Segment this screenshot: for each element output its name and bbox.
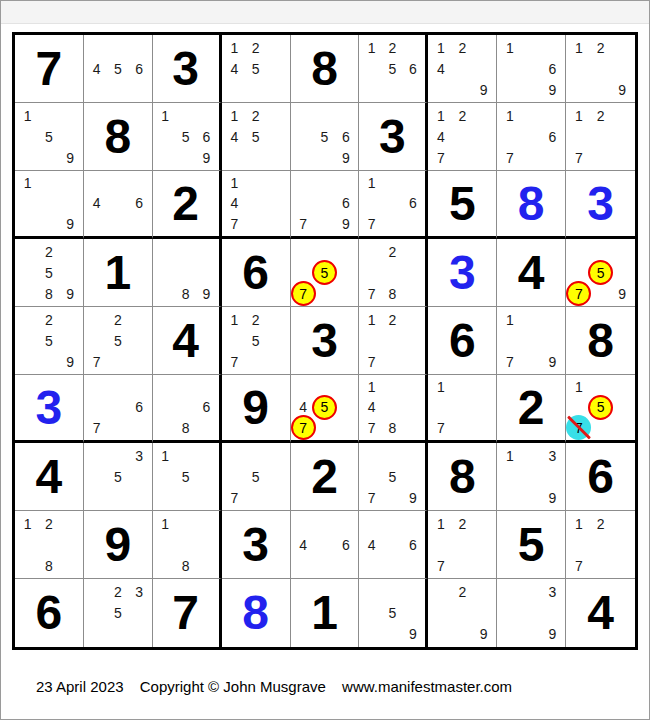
cell-r3c7[interactable]: 5 — [428, 171, 497, 239]
cell-r1c6[interactable]: 1256 — [359, 35, 428, 103]
candidate-slot — [38, 214, 59, 234]
candidate-slot — [382, 513, 403, 534]
candidate-digit: 1 — [224, 173, 245, 193]
candidate-digit: 6 — [403, 193, 424, 213]
candidate-grid: 1245 — [222, 103, 290, 170]
candidate-digit: 5 — [107, 330, 128, 351]
cell-r4c4[interactable]: 6 — [222, 239, 291, 307]
cell-r5c7[interactable]: 6 — [428, 307, 497, 375]
candidate-slot — [155, 377, 176, 397]
candidate-slot — [155, 555, 176, 576]
candidate-digit: 9 — [542, 79, 563, 100]
candidate-digit: 5 — [38, 330, 59, 351]
cell-r2c1[interactable]: 159 — [15, 103, 84, 171]
candidate-slot — [128, 214, 149, 234]
candidate-slot — [86, 330, 107, 351]
cell-r4c8[interactable]: 4 — [497, 239, 566, 307]
cell-r4c1[interactable]: 2589 — [15, 239, 84, 307]
candidate-slot — [590, 79, 612, 100]
candidate-grid: 1257 — [222, 307, 290, 374]
candidate-slot — [128, 79, 149, 100]
candidate-grid: 128 — [15, 511, 83, 578]
cell-r9c3[interactable]: 7 — [153, 579, 222, 647]
candidate-digit: 2 — [38, 513, 59, 534]
cell-r7c7[interactable]: 8 — [428, 443, 497, 511]
candidate-slot — [521, 602, 542, 623]
candidate-slot — [452, 602, 473, 623]
candidate-digit: 5 — [245, 126, 266, 147]
candidate-digit: 2 — [107, 581, 128, 602]
candidate-digit: 7 — [86, 351, 107, 372]
candidate-slot — [293, 555, 314, 576]
candidate-slot — [86, 79, 107, 100]
candidate-grid: 259 — [15, 307, 83, 374]
candidate-digit: 7 — [430, 418, 451, 438]
candidate-slot — [175, 241, 196, 262]
candidate-slot — [175, 445, 196, 466]
candidate-slot — [521, 58, 542, 79]
candidate-slot — [128, 602, 149, 623]
candidate-slot — [382, 555, 403, 576]
candidate-slot — [175, 397, 196, 417]
candidate-slot — [521, 466, 542, 487]
candidate-slot — [335, 105, 356, 126]
cell-r8c1[interactable]: 128 — [15, 511, 84, 579]
candidate-grid: 19 — [15, 171, 83, 236]
candidate-digit: 2 — [590, 513, 612, 534]
candidate-slot — [335, 513, 356, 534]
cell-r7c6[interactable]: 579 — [359, 443, 428, 511]
candidate-slot — [155, 466, 176, 487]
cell-r9c5[interactable]: 1 — [291, 579, 360, 647]
candidate-digit: 1 — [224, 105, 245, 126]
candidate-slot — [403, 418, 424, 438]
candidate-slot — [196, 445, 217, 466]
cell-r1c7[interactable]: 1249 — [428, 35, 497, 103]
candidate-slot — [403, 173, 424, 193]
cell-r2c7[interactable]: 1247 — [428, 103, 497, 171]
candidate-slot — [38, 351, 59, 372]
cell-r6c5[interactable]: 457 — [291, 375, 360, 443]
candidate-digit: 9 — [403, 624, 424, 645]
candidate-slot — [107, 214, 128, 234]
candidate-grid: 679 — [291, 171, 359, 236]
candidate-slot — [521, 581, 542, 602]
candidate-digit: 5 — [382, 466, 403, 487]
candidate-slot — [382, 351, 403, 372]
candidate-slot — [473, 602, 494, 623]
candidate-slot — [452, 418, 473, 438]
candidate-grid: 18 — [153, 511, 219, 578]
candidate-slot — [196, 418, 217, 438]
candidate-slot — [403, 397, 424, 417]
candidate-digit: 8 — [38, 555, 59, 576]
solved-digit: 5 — [449, 180, 476, 228]
cell-r2c6[interactable]: 3 — [359, 103, 428, 171]
candidate-slot — [568, 241, 590, 262]
candidate-slot — [382, 214, 403, 234]
candidate-grid: 457 — [291, 375, 359, 440]
candidate-digit: 1 — [155, 513, 176, 534]
candidate-digit: 6 — [128, 58, 149, 79]
candidate-slot — [568, 79, 590, 100]
cell-r2c2[interactable]: 8 — [84, 103, 153, 171]
candidate-grid: 1245 — [222, 35, 290, 102]
cell-r8c4[interactable]: 3 — [222, 511, 291, 579]
cell-r3c6[interactable]: 167 — [359, 171, 428, 239]
candidate-digit: 9 — [403, 487, 424, 508]
candidate-slot — [314, 241, 335, 262]
cell-r5c5[interactable]: 3 — [291, 307, 360, 375]
cell-r5c9[interactable]: 8 — [566, 307, 635, 375]
solved-digit: 4 — [36, 453, 63, 501]
candidate-slot — [314, 214, 335, 234]
candidate-slot — [175, 377, 196, 397]
candidate-digit: 6 — [403, 58, 424, 79]
candidate-grid: 67 — [84, 375, 152, 440]
candidate-slot — [266, 147, 287, 168]
candidate-digit: 4 — [361, 397, 382, 417]
candidate-slot — [86, 624, 107, 645]
cell-r2c9[interactable]: 127 — [566, 103, 635, 171]
candidate-slot — [224, 330, 245, 351]
solved-digit: 8 — [104, 113, 131, 161]
candidate-digit: 1 — [224, 37, 245, 58]
candidate-slot — [452, 624, 473, 645]
candidate-grid: 35 — [84, 443, 152, 510]
candidate-slot — [293, 105, 314, 126]
solved-digit: 7 — [172, 589, 199, 637]
candidate-grid: 127 — [428, 511, 496, 578]
cell-r8c5[interactable]: 46 — [291, 511, 360, 579]
candidate-grid: 579 — [359, 443, 425, 510]
candidate-slot — [473, 555, 494, 576]
cell-r6c8[interactable]: 2 — [497, 375, 566, 443]
candidate-digit: 6 — [128, 397, 149, 417]
cell-r9c4[interactable]: 8 — [222, 579, 291, 647]
candidate-slot — [245, 351, 266, 372]
candidate-slot — [430, 79, 451, 100]
candidate-slot — [611, 534, 633, 555]
candidate-slot — [128, 624, 149, 645]
candidate-digit: 7 — [86, 418, 107, 438]
cell-r1c2[interactable]: 456 — [84, 35, 153, 103]
candidate-slot — [175, 147, 196, 168]
candidate-slot — [17, 214, 38, 234]
solved-digit: 3 — [172, 45, 199, 93]
candidate-digit: 9 — [60, 214, 81, 234]
candidate-slot — [361, 79, 382, 100]
cell-r7c8[interactable]: 139 — [497, 443, 566, 511]
candidate-slot — [568, 58, 590, 79]
candidate-slot — [60, 126, 81, 147]
cell-r7c2[interactable]: 35 — [84, 443, 153, 511]
candidate-digit: 4 — [430, 126, 451, 147]
cell-r6c4[interactable]: 9 — [222, 375, 291, 443]
candidate-slot — [521, 309, 542, 330]
candidate-grid: 57 — [222, 443, 290, 510]
candidate-slot — [293, 513, 314, 534]
candidate-slot — [196, 555, 217, 576]
cell-r5c1[interactable]: 259 — [15, 307, 84, 375]
candidate-slot — [293, 262, 314, 283]
cell-r2c8[interactable]: 167 — [497, 103, 566, 171]
cell-r1c3[interactable]: 3 — [153, 35, 222, 103]
cell-r8c2[interactable]: 9 — [84, 511, 153, 579]
candidate-grid: 68 — [153, 375, 219, 440]
candidate-digit: 2 — [382, 241, 403, 262]
candidate-slot — [175, 513, 196, 534]
candidate-grid: 235 — [84, 579, 152, 647]
candidate-slot — [361, 330, 382, 351]
candidate-grid: 179 — [497, 307, 565, 374]
candidate-slot — [196, 241, 217, 262]
candidate-slot: 5 — [590, 397, 612, 417]
candidate-slot — [473, 581, 494, 602]
cell-r1c9[interactable]: 129 — [566, 35, 635, 103]
candidate-slot — [430, 534, 451, 555]
candidate-slot — [452, 397, 473, 417]
candidate-digit: 9 — [196, 147, 217, 168]
cell-r1c5[interactable]: 8 — [291, 35, 360, 103]
candidate-slot — [403, 79, 424, 100]
candidate-slot — [38, 193, 59, 213]
candidate-slot — [60, 513, 81, 534]
candidate-slot — [403, 351, 424, 372]
cell-r5c2[interactable]: 257 — [84, 307, 153, 375]
cell-r4c7[interactable]: 3 — [428, 239, 497, 307]
cell-r7c9[interactable]: 6 — [566, 443, 635, 511]
candidate-digit: 1 — [155, 105, 176, 126]
window-top-band — [1, 1, 649, 24]
candidate-digit: 8 — [38, 283, 59, 304]
candidate-digit: 2 — [452, 105, 473, 126]
highlighted-candidate: 7 — [566, 281, 591, 306]
candidate-slot — [155, 534, 176, 555]
candidate-slot — [224, 445, 245, 466]
candidate-slot — [611, 58, 633, 79]
candidate-digit: 1 — [155, 445, 176, 466]
candidate-slot: 7 — [293, 283, 314, 304]
candidate-slot — [196, 105, 217, 126]
candidate-slot — [17, 241, 38, 262]
candidate-slot — [403, 377, 424, 397]
highlighted-candidate: 7 — [291, 281, 316, 306]
candidate-digit: 4 — [86, 58, 107, 79]
cell-r3c2[interactable]: 46 — [84, 171, 153, 239]
cell-r7c3[interactable]: 15 — [153, 443, 222, 511]
solved-digit: 3 — [311, 317, 338, 365]
candidate-slot — [266, 79, 287, 100]
candidate-slot — [521, 351, 542, 372]
candidate-slot — [314, 173, 335, 193]
cell-r7c1[interactable]: 4 — [15, 443, 84, 511]
cell-r8c7[interactable]: 127 — [428, 511, 497, 579]
candidate-slot — [568, 534, 590, 555]
cell-r1c8[interactable]: 169 — [497, 35, 566, 103]
cell-r2c3[interactable]: 1569 — [153, 103, 222, 171]
candidate-slot — [196, 487, 217, 508]
cell-r4c5[interactable]: 57 — [291, 239, 360, 307]
cell-r4c3[interactable]: 89 — [153, 239, 222, 307]
candidate-slot — [382, 534, 403, 555]
cell-r3c8[interactable]: 8 — [497, 171, 566, 239]
candidate-slot — [266, 214, 287, 234]
highlighted-candidate: 5 — [312, 395, 337, 420]
candidate-slot — [86, 466, 107, 487]
cell-r5c3[interactable]: 4 — [153, 307, 222, 375]
cell-r3c1[interactable]: 19 — [15, 171, 84, 239]
cell-r8c6[interactable]: 46 — [359, 511, 428, 579]
cell-r9c8[interactable]: 39 — [497, 579, 566, 647]
candidate-slot — [403, 602, 424, 623]
candidate-slot — [38, 147, 59, 168]
cell-r5c6[interactable]: 127 — [359, 307, 428, 375]
cell-r9c2[interactable]: 235 — [84, 579, 153, 647]
candidate-slot — [293, 126, 314, 147]
candidate-slot — [293, 193, 314, 213]
candidate-slot — [473, 147, 494, 168]
solved-digit: 1 — [311, 589, 338, 637]
candidate-grid: 46 — [84, 171, 152, 236]
candidate-digit: 7 — [361, 418, 382, 438]
cell-r1c1[interactable]: 7 — [15, 35, 84, 103]
candidate-slot — [245, 79, 266, 100]
candidate-digit: 1 — [430, 513, 451, 534]
candidate-grid: 127 — [566, 103, 635, 170]
cell-r8c3[interactable]: 18 — [153, 511, 222, 579]
candidate-slot — [361, 193, 382, 213]
cell-r9c7[interactable]: 29 — [428, 579, 497, 647]
candidate-digit: 6 — [542, 126, 563, 147]
candidate-grid: 129 — [566, 35, 635, 102]
candidate-grid: 1247 — [428, 103, 496, 170]
cell-r2c5[interactable]: 569 — [291, 103, 360, 171]
candidate-grid: 127 — [566, 511, 635, 578]
cell-r2c4[interactable]: 1245 — [222, 103, 291, 171]
cell-r6c2[interactable]: 67 — [84, 375, 153, 443]
candidate-grid: 169 — [497, 35, 565, 102]
candidate-slot — [293, 241, 314, 262]
cell-r3c4[interactable]: 147 — [222, 171, 291, 239]
cell-r6c9[interactable]: 157 — [566, 375, 635, 443]
cell-r4c9[interactable]: 579 — [566, 239, 635, 307]
candidate-digit: 7 — [430, 555, 451, 576]
cell-r7c5[interactable]: 2 — [291, 443, 360, 511]
cell-r4c6[interactable]: 278 — [359, 239, 428, 307]
cell-r5c4[interactable]: 1257 — [222, 307, 291, 375]
candidate-slot — [17, 283, 38, 304]
cell-r6c6[interactable]: 1478 — [359, 375, 428, 443]
cell-r7c4[interactable]: 57 — [222, 443, 291, 511]
page: 7456312458125612491691291598156912455693… — [0, 0, 650, 720]
highlighted-candidate: 5 — [588, 395, 613, 420]
candidate-digit: 6 — [335, 126, 356, 147]
candidate-digit: 3 — [128, 581, 149, 602]
candidate-digit: 7 — [361, 487, 382, 508]
candidate-grid: 127 — [359, 307, 425, 374]
candidate-grid: 89 — [153, 239, 219, 306]
solved-digit: 3 — [242, 521, 269, 569]
candidate-slot — [107, 79, 128, 100]
cell-r5c8[interactable]: 179 — [497, 307, 566, 375]
solved-digit: 4 — [518, 249, 545, 297]
cell-r3c5[interactable]: 679 — [291, 171, 360, 239]
candidate-slot — [17, 351, 38, 372]
cell-r9c6[interactable]: 59 — [359, 579, 428, 647]
candidate-slot — [473, 513, 494, 534]
candidate-slot — [335, 397, 356, 417]
candidate-slot — [542, 330, 563, 351]
candidate-slot — [266, 126, 287, 147]
candidate-slot — [452, 79, 473, 100]
candidate-slot — [590, 126, 612, 147]
candidate-slot — [107, 351, 128, 372]
candidate-slot — [382, 193, 403, 213]
cell-r3c3[interactable]: 2 — [153, 171, 222, 239]
candidate-slot — [128, 309, 149, 330]
cell-r6c7[interactable]: 17 — [428, 375, 497, 443]
candidate-grid: 29 — [428, 579, 496, 647]
candidate-slot — [542, 602, 563, 623]
candidate-slot — [128, 351, 149, 372]
candidate-grid: 257 — [84, 307, 152, 374]
candidate-digit: 7 — [224, 351, 245, 372]
candidate-grid: 46 — [291, 511, 359, 578]
candidate-digit: 4 — [86, 193, 107, 213]
solved-digit: 3 — [379, 113, 406, 161]
candidate-slot — [86, 487, 107, 508]
candidate-slot — [335, 555, 356, 576]
candidate-slot — [314, 534, 335, 555]
cell-r4c2[interactable]: 1 — [84, 239, 153, 307]
candidate-slot — [245, 445, 266, 466]
solved-digit: 8 — [587, 317, 614, 365]
candidate-slot — [107, 377, 128, 397]
candidate-digit: 1 — [17, 513, 38, 534]
candidate-slot — [611, 397, 633, 417]
candidate-digit: 2 — [245, 309, 266, 330]
cell-r1c4[interactable]: 1245 — [222, 35, 291, 103]
candidate-slot — [590, 534, 612, 555]
candidate-slot — [60, 534, 81, 555]
candidate-slot — [611, 37, 633, 58]
candidate-slot — [403, 214, 424, 234]
cell-r9c9[interactable]: 4 — [566, 579, 635, 647]
cell-r3c9[interactable]: 3 — [566, 171, 635, 239]
highlighted-candidate: 7 — [291, 415, 316, 440]
candidate-digit: 1 — [224, 309, 245, 330]
cell-r8c9[interactable]: 127 — [566, 511, 635, 579]
candidate-grid: 17 — [428, 375, 496, 440]
solved-digit: 8 — [242, 589, 269, 637]
candidate-slot — [382, 397, 403, 417]
candidate-slot — [361, 445, 382, 466]
cell-r6c3[interactable]: 68 — [153, 375, 222, 443]
candidate-slot — [107, 418, 128, 438]
candidate-digit: 5 — [175, 126, 196, 147]
candidate-slot — [335, 418, 356, 438]
cell-r8c8[interactable]: 5 — [497, 511, 566, 579]
candidate-slot — [568, 262, 590, 283]
candidate-digit: 2 — [452, 513, 473, 534]
candidate-slot — [245, 147, 266, 168]
candidate-digit: 5 — [382, 58, 403, 79]
candidate-digit: 5 — [245, 466, 266, 487]
cell-r6c1[interactable]: 3 — [15, 375, 84, 443]
candidate-digit: 1 — [430, 105, 451, 126]
cell-r9c1[interactable]: 6 — [15, 579, 84, 647]
